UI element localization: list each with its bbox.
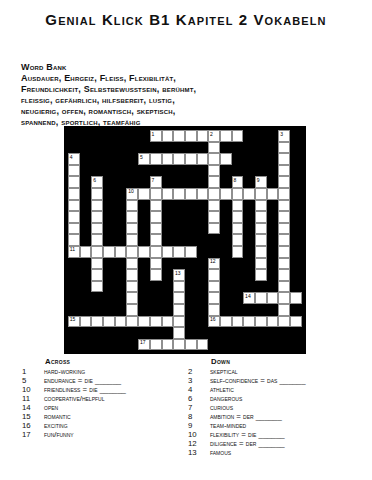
cell-r12c13[interactable]: 12 [208, 258, 220, 270]
block-cell [255, 165, 267, 177]
cell-r17c9[interactable] [162, 316, 174, 328]
cell-r2c19[interactable] [278, 142, 290, 154]
block-cell [150, 327, 162, 339]
block-cell [103, 176, 115, 188]
cell-r15c6[interactable] [126, 292, 138, 304]
cell-r10c8[interactable] [150, 234, 162, 246]
cell-r17c5[interactable] [115, 316, 127, 328]
cell-r7c15[interactable] [232, 200, 244, 212]
block-cell [68, 339, 80, 351]
block-cell [126, 327, 138, 339]
across-clue-16: 16exciting [22, 421, 172, 430]
cell-r5c13[interactable] [208, 176, 220, 188]
block-cell [267, 200, 279, 212]
cell-r3c1[interactable]: 4 [68, 153, 80, 165]
block-cell [115, 223, 127, 235]
clue-text: curious [210, 403, 346, 412]
cell-r1c9[interactable] [162, 130, 174, 142]
block-cell [173, 176, 185, 188]
cell-r8c15[interactable] [232, 211, 244, 223]
cell-r17c16[interactable] [243, 316, 255, 328]
cell-r14c6[interactable] [126, 281, 138, 293]
block-cell [173, 223, 185, 235]
cell-r19c9[interactable] [162, 339, 174, 351]
block-cell [103, 234, 115, 246]
block-cell [103, 188, 115, 200]
block-cell [290, 211, 302, 223]
block-cell [185, 234, 197, 246]
cell-r7c8[interactable] [150, 200, 162, 212]
clue-num-label: 17 [22, 430, 44, 439]
block-cell [103, 211, 115, 223]
clue-num-label: 3 [188, 376, 210, 385]
cell-r16c6[interactable] [126, 304, 138, 316]
word-bank-lines: Ausdauer, Ehrgeiz, Fleiss, Flexibilität,… [21, 73, 361, 128]
cell-r17c19[interactable] [278, 316, 290, 328]
down-clue-13: 13famous [188, 448, 350, 457]
block-cell [138, 304, 150, 316]
cell-r6c3[interactable] [91, 188, 103, 200]
cell-r7c17[interactable] [255, 200, 267, 212]
block-cell [278, 327, 290, 339]
clue-text: open [44, 403, 172, 412]
clue-text: exciting [44, 421, 172, 430]
clue-text: famous [210, 448, 346, 457]
block-cell [138, 292, 150, 304]
cell-r3c9[interactable] [162, 153, 174, 165]
clue-text: ambition = der ______ [210, 412, 346, 421]
block-cell [243, 339, 255, 351]
block-cell [290, 153, 302, 165]
cell-r12c19[interactable] [278, 258, 290, 270]
word-bank-line-4: neugierig, offen, romantisch, skeptisch, [21, 106, 361, 117]
cell-r9c6[interactable] [126, 223, 138, 235]
cell-r11c3[interactable] [91, 246, 103, 258]
block-cell [220, 211, 232, 223]
word-bank-line-1: Ausdauer, Ehrgeiz, Fleiss, Flexibilität, [21, 73, 361, 84]
block-cell [115, 176, 127, 188]
cell-r17c20[interactable] [290, 316, 302, 328]
cell-r10c1[interactable] [68, 234, 80, 246]
block-cell [197, 304, 209, 316]
block-cell [267, 339, 279, 351]
cell-r10c15[interactable] [232, 234, 244, 246]
down-clue-9: 9team-minded [188, 421, 350, 430]
cell-r4c13[interactable] [208, 165, 220, 177]
cell-r10c3[interactable] [91, 234, 103, 246]
cell-r9c1[interactable] [68, 223, 80, 235]
cell-r5c8[interactable]: 7 [150, 176, 162, 188]
cell-r19c7[interactable]: 17 [138, 339, 150, 351]
clue-num-label: 10 [22, 385, 44, 394]
block-cell [162, 223, 174, 235]
cell-r7c6[interactable] [126, 200, 138, 212]
block-cell [68, 142, 80, 154]
clue-number-12: 12 [210, 258, 216, 264]
cell-r15c10[interactable] [173, 292, 185, 304]
cell-r6c7[interactable] [138, 188, 150, 200]
clue-number-4: 4 [70, 154, 73, 160]
block-cell [68, 304, 80, 316]
cell-r3c7[interactable]: 5 [138, 153, 150, 165]
block-cell [185, 269, 197, 281]
cell-r6c19[interactable] [278, 188, 290, 200]
clue-num-label: 5 [22, 376, 44, 385]
cell-r19c12[interactable] [197, 339, 209, 351]
cell-r9c19[interactable] [278, 223, 290, 235]
clue-text: friendliness = die ______ [44, 385, 136, 394]
block-cell [243, 153, 255, 165]
cell-r14c13[interactable] [208, 281, 220, 293]
cell-r19c11[interactable] [185, 339, 197, 351]
cell-r18c10[interactable] [173, 327, 185, 339]
cell-r6c10[interactable] [173, 188, 185, 200]
cell-r11c10[interactable] [173, 246, 185, 258]
block-cell [138, 234, 150, 246]
cell-r14c19[interactable] [278, 281, 290, 293]
clue-num-label: 13 [188, 448, 210, 457]
cell-r9c13[interactable] [208, 223, 220, 235]
cell-r9c3[interactable] [91, 223, 103, 235]
cell-r6c13[interactable] [208, 188, 220, 200]
block-cell [232, 269, 244, 281]
block-cell [138, 165, 150, 177]
cell-r12c8[interactable] [150, 258, 162, 270]
cell-r3c10[interactable] [173, 153, 185, 165]
cell-r9c15[interactable] [232, 223, 244, 235]
cell-r8c3[interactable] [91, 211, 103, 223]
cell-r17c2[interactable] [80, 316, 92, 328]
block-cell [80, 200, 92, 212]
page-title: Genial Klick B1 Kapitel 2 Vokabeln [0, 11, 372, 28]
cell-r17c3[interactable] [91, 316, 103, 328]
cell-r11c11[interactable] [185, 246, 197, 258]
cell-r8c6[interactable] [126, 211, 138, 223]
cell-r5c3[interactable]: 6 [91, 176, 103, 188]
cell-r17c15[interactable] [232, 316, 244, 328]
cell-r1c14[interactable] [220, 130, 232, 142]
block-cell [267, 269, 279, 281]
cell-r17c1[interactable]: 15 [68, 316, 80, 328]
cell-r6c8[interactable] [150, 188, 162, 200]
cell-r11c9[interactable] [162, 246, 174, 258]
cell-r12c6[interactable] [126, 258, 138, 270]
cell-r19c10[interactable] [173, 339, 185, 351]
cell-r6c15[interactable] [232, 188, 244, 200]
cell-r7c19[interactable] [278, 200, 290, 212]
cell-r5c19[interactable] [278, 176, 290, 188]
clue-text: romantic [44, 412, 172, 421]
block-cell [103, 153, 115, 165]
cell-r1c19[interactable]: 3 [278, 130, 290, 142]
clue-num-label: 8 [188, 412, 210, 421]
block-cell [290, 246, 302, 258]
block-cell [126, 130, 138, 142]
clue-text: skeptical [210, 367, 346, 376]
block-cell [150, 142, 162, 154]
block-cell [185, 200, 197, 212]
word-bank: Word Bank Ausdauer, Ehrgeiz, Fleiss, Fle… [21, 62, 361, 128]
cell-r13c13[interactable] [208, 269, 220, 281]
cell-r15c19[interactable] [278, 292, 290, 304]
cell-r17c4[interactable] [103, 316, 115, 328]
block-cell [243, 234, 255, 246]
across-clue-15: 15romantic [22, 412, 172, 421]
cell-r16c13[interactable] [208, 304, 220, 316]
cell-r3c8[interactable] [150, 153, 162, 165]
cell-r6c6[interactable]: 10 [126, 188, 138, 200]
cell-r15c16[interactable]: 14 [243, 292, 255, 304]
cell-r1c8[interactable]: 1 [150, 130, 162, 142]
block-cell [173, 142, 185, 154]
cell-r13c19[interactable] [278, 269, 290, 281]
cell-r17c7[interactable] [138, 316, 150, 328]
cell-r1c12[interactable] [197, 130, 209, 142]
cell-r11c2[interactable] [80, 246, 92, 258]
block-cell [220, 223, 232, 235]
block-cell [267, 142, 279, 154]
block-cell [197, 269, 209, 281]
block-cell [243, 165, 255, 177]
block-cell [162, 281, 174, 293]
block-cell [232, 304, 244, 316]
block-cell [267, 258, 279, 270]
block-cell [185, 142, 197, 154]
cell-r7c1[interactable] [68, 200, 80, 212]
clue-number-2: 2 [210, 131, 213, 137]
cell-r19c8[interactable] [150, 339, 162, 351]
cell-r1c13[interactable]: 2 [208, 130, 220, 142]
block-cell [68, 130, 80, 142]
cell-r9c8[interactable] [150, 223, 162, 235]
block-cell [290, 176, 302, 188]
block-cell [220, 165, 232, 177]
cell-r8c17[interactable] [255, 211, 267, 223]
cell-r11c17[interactable] [255, 246, 267, 258]
across-header: Across [45, 357, 172, 366]
cell-r3c11[interactable] [185, 153, 197, 165]
block-cell [255, 281, 267, 293]
clue-number-13: 13 [175, 270, 181, 276]
block-cell [91, 165, 103, 177]
cell-r15c20[interactable] [290, 292, 302, 304]
across-clue-11: 11cooperative/helpful [22, 394, 172, 403]
cell-r5c15[interactable]: 8 [232, 176, 244, 188]
cell-r3c14[interactable] [220, 153, 232, 165]
clue-text: team-minded [210, 421, 346, 430]
block-cell [197, 292, 209, 304]
block-cell [197, 142, 209, 154]
across-clue-1: 1hard-working [22, 367, 172, 376]
block-cell [267, 234, 279, 246]
cell-r13c8[interactable] [150, 269, 162, 281]
cell-r17c14[interactable] [220, 316, 232, 328]
block-cell [103, 142, 115, 154]
cell-r12c17[interactable] [255, 258, 267, 270]
cell-r6c16[interactable] [243, 188, 255, 200]
across-clue-list: 1hard-working5endurance = die ______10fr… [22, 367, 172, 439]
clue-num-label: 2 [188, 367, 210, 376]
block-cell [267, 327, 279, 339]
cell-r6c11[interactable] [185, 188, 197, 200]
cell-r14c3[interactable] [91, 281, 103, 293]
cell-r8c8[interactable] [150, 211, 162, 223]
block-cell [185, 292, 197, 304]
cell-r11c5[interactable] [115, 246, 127, 258]
cell-r10c17[interactable] [255, 234, 267, 246]
down-clue-3: 3self-confidence = das ______ [188, 376, 350, 385]
block-cell [290, 188, 302, 200]
cell-r11c7[interactable] [138, 246, 150, 258]
block-cell [138, 223, 150, 235]
block-cell [220, 304, 232, 316]
cell-r7c3[interactable] [91, 200, 103, 212]
cell-r1c10[interactable] [173, 130, 185, 142]
block-cell [138, 176, 150, 188]
cell-r11c19[interactable] [278, 246, 290, 258]
block-cell [267, 153, 279, 165]
cell-r3c13[interactable] [208, 153, 220, 165]
block-cell [115, 130, 127, 142]
cell-r3c19[interactable] [278, 153, 290, 165]
block-cell [162, 165, 174, 177]
block-cell [267, 130, 279, 142]
block-cell [80, 292, 92, 304]
cell-r6c1[interactable] [68, 188, 80, 200]
block-cell [68, 281, 80, 293]
cell-r15c13[interactable] [208, 292, 220, 304]
clue-text: fun/funny [44, 430, 172, 439]
cell-r17c17[interactable] [255, 316, 267, 328]
cell-r17c10[interactable] [173, 316, 185, 328]
block-cell [173, 211, 185, 223]
clue-number-7: 7 [152, 177, 155, 183]
cell-r11c8[interactable] [150, 246, 162, 258]
cell-r13c10[interactable]: 13 [173, 269, 185, 281]
block-cell [162, 304, 174, 316]
block-cell [115, 200, 127, 212]
cell-r3c12[interactable] [197, 153, 209, 165]
cell-r11c15[interactable] [232, 246, 244, 258]
cell-r11c4[interactable] [103, 246, 115, 258]
block-cell [115, 339, 127, 351]
block-cell [103, 165, 115, 177]
cell-r12c3[interactable] [91, 258, 103, 270]
block-cell [68, 269, 80, 281]
block-cell [197, 234, 209, 246]
block-cell [91, 304, 103, 316]
cell-r9c17[interactable] [255, 223, 267, 235]
block-cell [115, 165, 127, 177]
cell-r13c3[interactable] [91, 269, 103, 281]
down-clues: Down 2skeptical3self-confidence = das __… [188, 357, 350, 457]
cell-r1c15[interactable] [232, 130, 244, 142]
cell-r6c9[interactable] [162, 188, 174, 200]
clue-number-6: 6 [93, 177, 96, 183]
cell-r7c13[interactable] [208, 200, 220, 212]
cell-r4c19[interactable] [278, 165, 290, 177]
cell-r14c10[interactable] [173, 281, 185, 293]
block-cell [220, 339, 232, 351]
block-cell [80, 269, 92, 281]
block-cell [103, 339, 115, 351]
clue-number-1: 1 [152, 131, 155, 137]
down-clue-list: 2skeptical3self-confidence = das ______4… [188, 367, 350, 457]
cell-r17c18[interactable] [267, 316, 279, 328]
cell-r17c6[interactable] [126, 316, 138, 328]
cell-r16c19[interactable] [278, 304, 290, 316]
block-cell [115, 281, 127, 293]
cell-r6c14[interactable] [220, 188, 232, 200]
block-cell [220, 246, 232, 258]
cell-r10c6[interactable] [126, 234, 138, 246]
block-cell [243, 281, 255, 293]
block-cell [91, 130, 103, 142]
clue-num-label: 14 [22, 403, 44, 412]
cell-r6c17[interactable] [255, 188, 267, 200]
cell-r17c8[interactable] [150, 316, 162, 328]
cell-r8c13[interactable] [208, 211, 220, 223]
cell-r2c13[interactable] [208, 142, 220, 154]
clue-num-label: 10 [188, 430, 210, 439]
block-cell [150, 292, 162, 304]
block-cell [290, 258, 302, 270]
block-cell [267, 246, 279, 258]
block-cell [290, 234, 302, 246]
cell-r15c17[interactable] [255, 292, 267, 304]
block-cell [208, 234, 220, 246]
cell-r13c17[interactable] [255, 269, 267, 281]
cell-r11c1[interactable]: 11 [68, 246, 80, 258]
cell-r6c18[interactable] [267, 188, 279, 200]
block-cell [162, 258, 174, 270]
down-clue-7: 7curious [188, 403, 350, 412]
cell-r5c1[interactable] [68, 176, 80, 188]
cell-r8c1[interactable] [68, 211, 80, 223]
cell-r11c6[interactable] [126, 246, 138, 258]
cell-r8c19[interactable] [278, 211, 290, 223]
down-clue-8: 8ambition = der ______ [188, 412, 350, 421]
block-cell [162, 292, 174, 304]
block-cell [80, 339, 92, 351]
block-cell [220, 200, 232, 212]
clue-num-label: 16 [22, 421, 44, 430]
clue-num-label: 4 [188, 385, 210, 394]
block-cell [103, 258, 115, 270]
cell-r13c6[interactable] [126, 269, 138, 281]
clue-number-5: 5 [140, 154, 143, 160]
block-cell [290, 223, 302, 235]
down-clue-10: 10flexibility = die ______ [188, 430, 350, 439]
block-cell [80, 153, 92, 165]
cell-r17c13[interactable]: 16 [208, 316, 220, 328]
cell-r15c18[interactable] [267, 292, 279, 304]
block-cell [185, 165, 197, 177]
block-cell [197, 200, 209, 212]
word-bank-line-3: fleissig, gefährlich, hilfsbereit, lusti… [21, 95, 361, 106]
cell-r1c11[interactable] [185, 130, 197, 142]
cell-r16c10[interactable] [173, 304, 185, 316]
clue-num-label: 12 [188, 439, 210, 448]
cell-r4c1[interactable] [68, 165, 80, 177]
cell-r6c12[interactable] [197, 188, 209, 200]
block-cell [126, 153, 138, 165]
block-cell [243, 142, 255, 154]
cell-r10c19[interactable] [278, 234, 290, 246]
clue-number-17: 17 [140, 339, 146, 345]
cell-r5c17[interactable]: 9 [255, 176, 267, 188]
block-cell [91, 142, 103, 154]
